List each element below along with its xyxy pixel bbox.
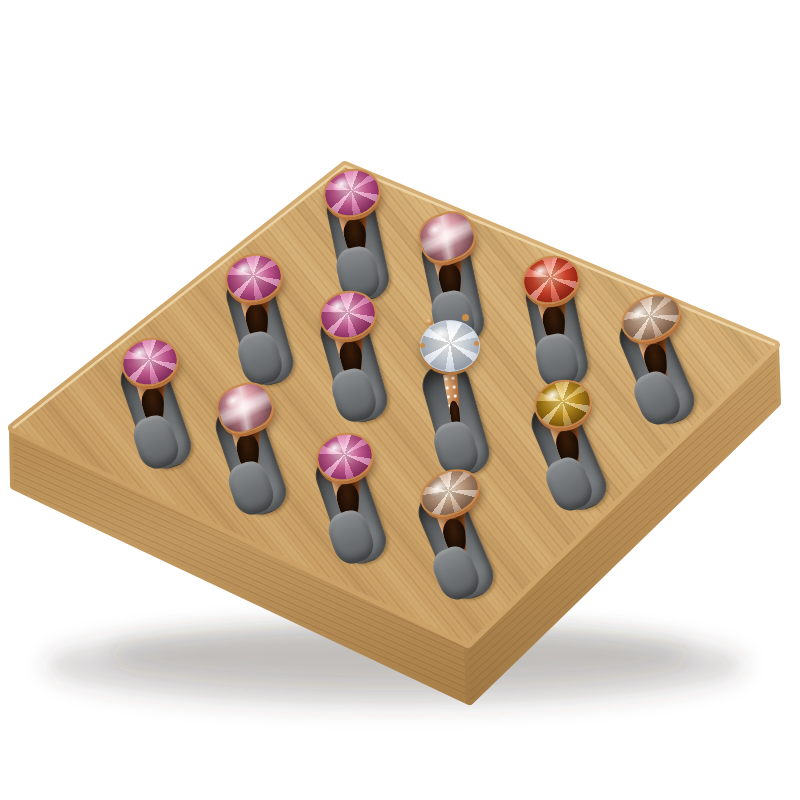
gemstone [420, 320, 480, 372]
ring-slot[interactable] [390, 459, 510, 649]
ring-slot[interactable] [503, 370, 623, 560]
ring-slot[interactable] [285, 423, 405, 613]
product-photo [0, 0, 800, 800]
